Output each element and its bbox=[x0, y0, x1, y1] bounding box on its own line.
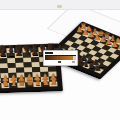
progress-bar bbox=[45, 55, 76, 60]
square: ♜ bbox=[94, 68, 104, 74]
toolbar-button[interactable] bbox=[57, 5, 62, 8]
square: ♜ bbox=[49, 81, 57, 86]
top-toolbar bbox=[0, 0, 120, 10]
dialog-button[interactable] bbox=[72, 61, 75, 63]
progress-bar-fill bbox=[45, 56, 73, 60]
overlay-dialog bbox=[43, 50, 78, 66]
dialog-label-mark bbox=[58, 61, 61, 63]
dialog-title-text bbox=[45, 52, 53, 54]
